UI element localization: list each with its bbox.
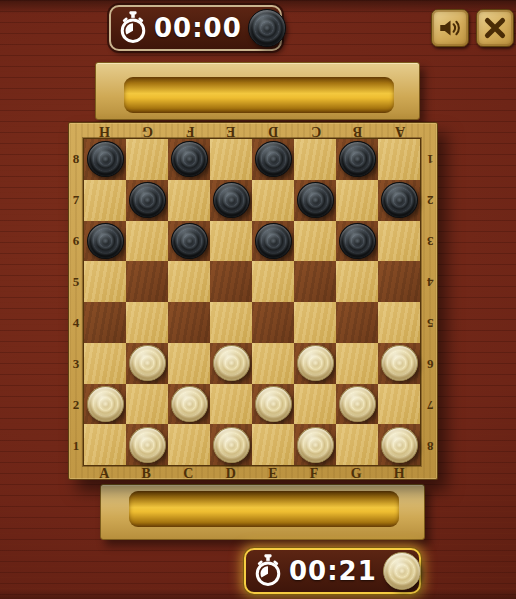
checker-light-h3[interactable] — [381, 345, 418, 381]
square-c5[interactable] — [168, 261, 210, 302]
file-label: G — [142, 123, 153, 139]
checker-light-b3[interactable] — [129, 345, 166, 381]
square-e4[interactable] — [252, 302, 294, 343]
checker-light-d1[interactable] — [213, 427, 250, 463]
checker-dark-d7[interactable] — [213, 182, 250, 218]
file-label: G — [351, 466, 362, 482]
board-frame: HGFEDCBA 87654321 12345678 ABCDEFGH — [68, 122, 438, 480]
square-d5[interactable] — [210, 261, 252, 302]
checker-dark-a6[interactable] — [87, 223, 124, 259]
square-a3[interactable] — [84, 343, 126, 384]
bottom-piece-tray — [100, 484, 425, 540]
square-h6[interactable] — [378, 221, 420, 262]
file-label: E — [268, 466, 277, 482]
square-e2[interactable] — [252, 384, 294, 425]
square-a8[interactable] — [84, 139, 126, 180]
rank-label: 6 — [73, 233, 80, 249]
rank-label: 5 — [73, 274, 80, 290]
file-labels-bottom: ABCDEFGH — [83, 466, 421, 481]
file-label: H — [99, 123, 110, 139]
file-label: D — [268, 123, 278, 139]
square-g7[interactable] — [336, 180, 378, 221]
rank-label: 3 — [73, 356, 80, 372]
file-label: H — [394, 466, 405, 482]
square-f6[interactable] — [294, 221, 336, 262]
checker-light-d3[interactable] — [213, 345, 250, 381]
checker-light-b1[interactable] — [129, 427, 166, 463]
player-timer-panel: 00:21 — [244, 548, 421, 594]
bottom-tray-groove — [129, 491, 399, 527]
checker-light-g2[interactable] — [339, 386, 376, 422]
rank-label: 6 — [427, 356, 434, 372]
square-g6[interactable] — [336, 221, 378, 262]
game-window: 00:00 HGFEDCBA 87654321 12345678 ABCDEFG… — [0, 0, 516, 599]
square-d1[interactable] — [210, 424, 252, 465]
square-g1[interactable] — [336, 424, 378, 465]
square-c4[interactable] — [168, 302, 210, 343]
checker-light-f1[interactable] — [297, 427, 334, 463]
square-g8[interactable] — [336, 139, 378, 180]
square-g4[interactable] — [336, 302, 378, 343]
square-f2[interactable] — [294, 384, 336, 425]
square-e5[interactable] — [252, 261, 294, 302]
checker-light-c2[interactable] — [171, 386, 208, 422]
square-h2[interactable] — [378, 384, 420, 425]
file-labels-top: HGFEDCBA — [83, 123, 421, 138]
checker-dark-c6[interactable] — [171, 223, 208, 259]
file-label: D — [226, 466, 236, 482]
checker-light-f3[interactable] — [297, 345, 334, 381]
rank-label: 1 — [427, 151, 434, 167]
sound-button[interactable] — [431, 9, 469, 47]
rank-labels-left: 87654321 — [69, 138, 83, 466]
square-e8[interactable] — [252, 139, 294, 180]
opponent-piece-indicator — [248, 9, 286, 47]
checker-dark-e6[interactable] — [255, 223, 292, 259]
checker-light-a2[interactable] — [87, 386, 124, 422]
opponent-timer-panel: 00:00 — [109, 5, 282, 51]
rank-label: 7 — [427, 397, 434, 413]
square-e7[interactable] — [252, 180, 294, 221]
square-f4[interactable] — [294, 302, 336, 343]
close-button[interactable] — [476, 9, 514, 47]
square-c3[interactable] — [168, 343, 210, 384]
square-g5[interactable] — [336, 261, 378, 302]
square-d8[interactable] — [210, 139, 252, 180]
rank-label: 8 — [73, 151, 80, 167]
checker-dark-a8[interactable] — [87, 141, 124, 177]
top-piece-tray — [95, 62, 420, 120]
square-d2[interactable] — [210, 384, 252, 425]
square-a1[interactable] — [84, 424, 126, 465]
rank-label: 4 — [427, 274, 434, 290]
square-b4[interactable] — [126, 302, 168, 343]
square-c6[interactable] — [168, 221, 210, 262]
board-grid — [83, 138, 421, 466]
opponent-time: 00:00 — [154, 13, 242, 43]
square-h1[interactable] — [378, 424, 420, 465]
square-h5[interactable] — [378, 261, 420, 302]
square-f5[interactable] — [294, 261, 336, 302]
file-label: B — [353, 123, 362, 139]
checker-light-h1[interactable] — [381, 427, 418, 463]
square-c8[interactable] — [168, 139, 210, 180]
rank-label: 7 — [73, 192, 80, 208]
square-a5[interactable] — [84, 261, 126, 302]
square-e1[interactable] — [252, 424, 294, 465]
file-label: F — [186, 123, 195, 139]
checker-dark-f7[interactable] — [297, 182, 334, 218]
square-b6[interactable] — [126, 221, 168, 262]
rank-labels-right: 12345678 — [421, 138, 439, 466]
rank-label: 2 — [73, 397, 80, 413]
square-b7[interactable] — [126, 180, 168, 221]
square-b2[interactable] — [126, 384, 168, 425]
square-c7[interactable] — [168, 180, 210, 221]
square-e3[interactable] — [252, 343, 294, 384]
file-label: F — [310, 466, 319, 482]
square-b8[interactable] — [126, 139, 168, 180]
square-h8[interactable] — [378, 139, 420, 180]
square-h3[interactable] — [378, 343, 420, 384]
file-label: C — [311, 123, 321, 139]
rank-label: 8 — [427, 438, 434, 454]
square-h4[interactable] — [378, 302, 420, 343]
square-f1[interactable] — [294, 424, 336, 465]
square-a4[interactable] — [84, 302, 126, 343]
square-d4[interactable] — [210, 302, 252, 343]
square-c1[interactable] — [168, 424, 210, 465]
checker-dark-h7[interactable] — [381, 182, 418, 218]
square-d6[interactable] — [210, 221, 252, 262]
square-e6[interactable] — [252, 221, 294, 262]
square-a2[interactable] — [84, 384, 126, 425]
checker-dark-e8[interactable] — [255, 141, 292, 177]
speaker-icon — [437, 15, 463, 41]
rank-label: 5 — [427, 315, 434, 331]
checker-light-e2[interactable] — [255, 386, 292, 422]
file-label: E — [226, 123, 235, 139]
square-b3[interactable] — [126, 343, 168, 384]
close-icon — [482, 15, 508, 41]
rank-label: 2 — [427, 192, 434, 208]
checker-dark-g8[interactable] — [339, 141, 376, 177]
file-label: A — [99, 466, 109, 482]
square-f8[interactable] — [294, 139, 336, 180]
square-g2[interactable] — [336, 384, 378, 425]
player-time: 00:21 — [289, 556, 377, 586]
rank-label: 1 — [73, 438, 80, 454]
rank-label: 4 — [73, 315, 80, 331]
checker-dark-b7[interactable] — [129, 182, 166, 218]
square-g3[interactable] — [336, 343, 378, 384]
square-b5[interactable] — [126, 261, 168, 302]
checker-dark-g6[interactable] — [339, 223, 376, 259]
file-label: C — [183, 466, 193, 482]
top-tray-groove — [124, 77, 394, 113]
checker-dark-c8[interactable] — [171, 141, 208, 177]
stopwatch-icon — [118, 10, 148, 46]
rank-label: 3 — [427, 233, 434, 249]
file-label: A — [395, 123, 405, 139]
square-f3[interactable] — [294, 343, 336, 384]
square-h7[interactable] — [378, 180, 420, 221]
file-label: B — [142, 466, 151, 482]
square-a7[interactable] — [84, 180, 126, 221]
square-b1[interactable] — [126, 424, 168, 465]
square-c2[interactable] — [168, 384, 210, 425]
stopwatch-icon — [253, 553, 283, 589]
square-a6[interactable] — [84, 221, 126, 262]
square-d7[interactable] — [210, 180, 252, 221]
player-piece-indicator — [383, 552, 421, 590]
square-d3[interactable] — [210, 343, 252, 384]
square-f7[interactable] — [294, 180, 336, 221]
